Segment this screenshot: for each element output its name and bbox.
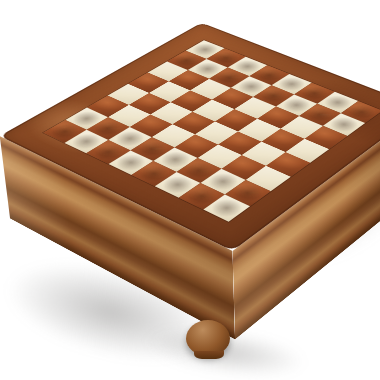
black-pawn-glyph: ♟ <box>325 84 363 126</box>
product-photo-scene: ♜♞♝♛♚♝♞♜♟♟♟♟♟♟♟♟♟♟♟♟♟♟♟♟♜♞♝♛♚♝♞♜ <box>0 0 380 380</box>
bun-foot-base <box>194 351 224 359</box>
bun-foot <box>186 320 232 372</box>
white-rook-glyph: ♜ <box>200 151 253 210</box>
